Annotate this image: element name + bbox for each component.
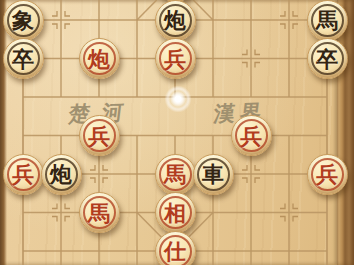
piece-black-horse[interactable]: 馬 [307,0,348,41]
piece-black-elephant[interactable]: 象 [3,0,44,41]
piece-black-cannon[interactable]: 炮 [155,0,196,41]
piece-glyph: 兵 [240,125,262,147]
piece-glyph: 象 [12,9,34,31]
piece-red-advisor[interactable]: 仕 [155,231,196,265]
piece-glyph: 炮 [88,48,110,70]
piece-glyph: 馬 [88,202,110,224]
piece-glyph: 馬 [164,163,186,185]
piece-red-soldier[interactable]: 兵 [79,115,120,156]
piece-black-soldier[interactable]: 卒 [307,38,348,79]
piece-glyph: 馬 [316,9,338,31]
piece-glyph: 兵 [88,125,110,147]
piece-glyph: 兵 [316,163,338,185]
piece-black-soldier[interactable]: 卒 [3,38,44,79]
piece-red-soldier[interactable]: 兵 [3,154,44,195]
piece-glyph: 相 [164,202,186,224]
piece-glyph: 卒 [12,48,34,70]
piece-red-soldier[interactable]: 兵 [231,115,272,156]
piece-black-chariot[interactable]: 車 [193,154,234,195]
piece-glyph: 仕 [164,240,186,262]
piece-black-cannon[interactable]: 炮 [41,154,82,195]
piece-red-soldier[interactable]: 兵 [307,154,348,195]
piece-glyph: 炮 [164,9,186,31]
piece-glyph: 兵 [12,163,34,185]
piece-red-cannon[interactable]: 炮 [79,38,120,79]
piece-glyph: 卒 [316,48,338,70]
piece-red-soldier[interactable]: 兵 [155,38,196,79]
piece-glyph: 炮 [50,163,72,185]
piece-glyph: 車 [202,163,224,185]
piece-red-elephant[interactable]: 相 [155,192,196,233]
piece-glyph: 兵 [164,48,186,70]
piece-red-horse[interactable]: 馬 [155,154,196,195]
game-screen: 楚河 漢界 象炮馬卒炮兵卒兵兵兵炮馬車兵馬相仕 [0,0,354,265]
piece-red-horse[interactable]: 馬 [79,192,120,233]
